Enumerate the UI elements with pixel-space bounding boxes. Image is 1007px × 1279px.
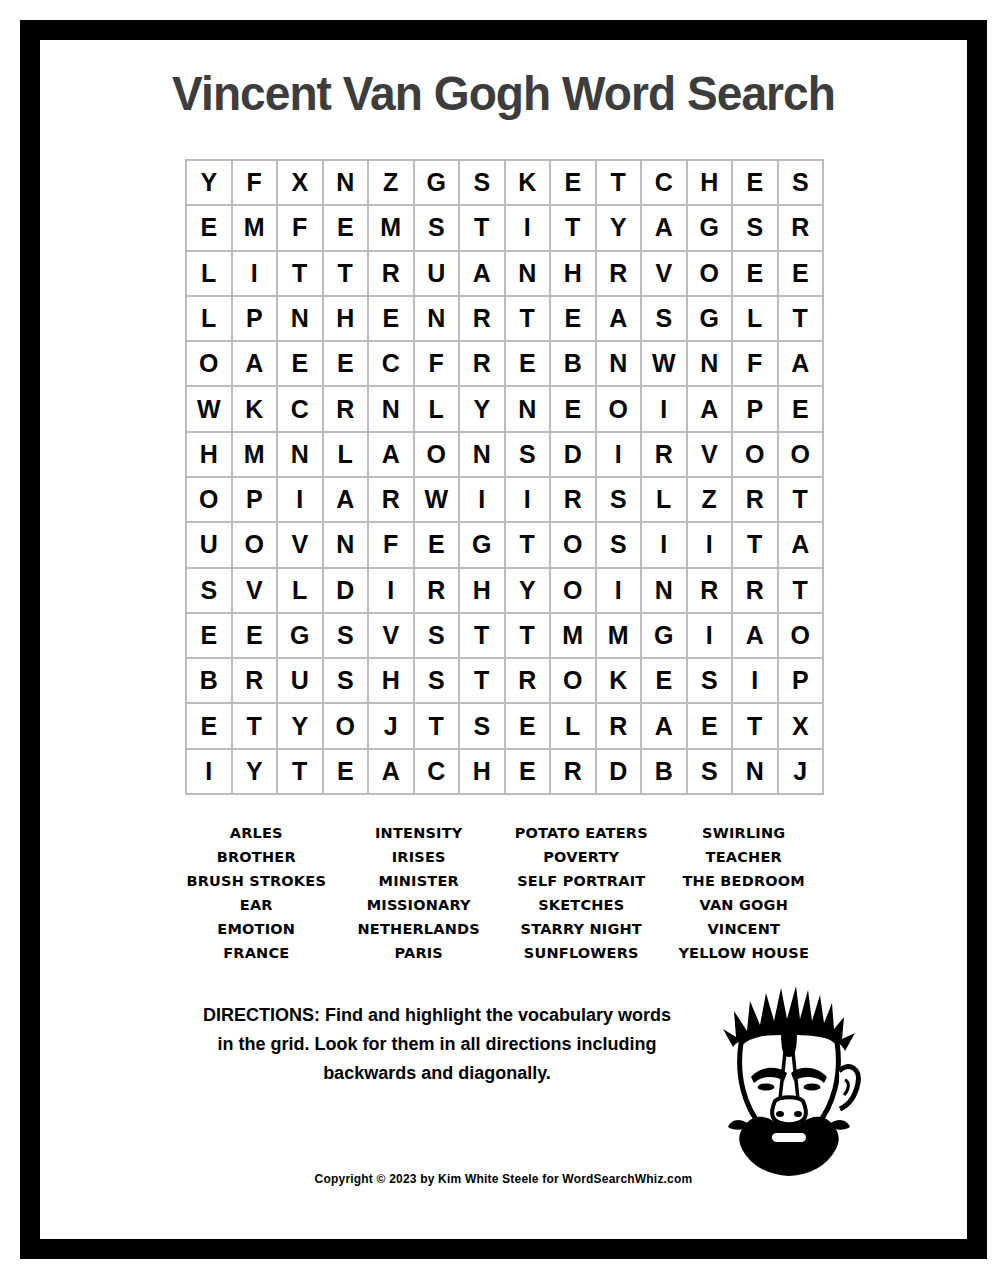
directions-text: DIRECTIONS: Find and highlight the vocab… — [177, 1001, 697, 1088]
grid-cell[interactable]: I — [368, 568, 414, 613]
grid-cell[interactable]: O — [550, 522, 596, 567]
directions-line: in the grid. Look for them in all direct… — [177, 1030, 697, 1059]
grid-cell[interactable]: N — [277, 432, 323, 477]
grid-cell[interactable]: H — [687, 160, 733, 205]
grid-cell[interactable]: D — [550, 432, 596, 477]
directions-line: DIRECTIONS: Find and highlight the vocab… — [177, 1001, 697, 1030]
grid-cell[interactable]: E — [186, 613, 232, 658]
grid-cell[interactable]: A — [323, 477, 369, 522]
grid-cell[interactable]: I — [505, 205, 551, 250]
word-list-item: INTENSITY — [338, 821, 501, 845]
grid-cell[interactable]: H — [368, 658, 414, 703]
grid-cell[interactable]: K — [232, 386, 278, 431]
grid-cell[interactable]: C — [277, 386, 323, 431]
grid-cell[interactable]: Y — [232, 749, 278, 794]
grid-cell[interactable]: N — [596, 341, 642, 386]
word-list-item: PARIS — [338, 941, 501, 965]
grid-cell[interactable]: X — [778, 703, 824, 748]
word-list-item: VINCENT — [663, 917, 826, 941]
van-gogh-face-icon — [703, 983, 875, 1179]
directions-line: backwards and diagonally. — [177, 1059, 697, 1088]
grid-cell[interactable]: S — [414, 205, 460, 250]
grid-cell[interactable]: E — [550, 160, 596, 205]
word-list-item: MINISTER — [338, 869, 501, 893]
grid-cell[interactable]: M — [550, 613, 596, 658]
grid-cell[interactable]: U — [186, 522, 232, 567]
grid-cell[interactable]: V — [687, 432, 733, 477]
grid-cell[interactable]: L — [186, 296, 232, 341]
grid-cell[interactable]: Z — [368, 160, 414, 205]
grid-cell[interactable]: T — [414, 703, 460, 748]
grid-cell[interactable]: H — [550, 251, 596, 296]
grid-cell[interactable]: R — [596, 251, 642, 296]
worksheet-page: Vincent Van Gogh Word Search YFXNZGSKETC… — [0, 0, 1007, 1279]
grid-cell[interactable]: T — [232, 703, 278, 748]
word-list-item: SKETCHES — [500, 893, 663, 917]
grid-cell[interactable]: J — [368, 703, 414, 748]
grid-cell[interactable]: E — [641, 658, 687, 703]
grid-cell[interactable]: I — [641, 522, 687, 567]
grid-cell[interactable]: I — [687, 613, 733, 658]
grid-cell[interactable]: P — [232, 296, 278, 341]
grid-cell[interactable]: L — [186, 251, 232, 296]
grid-cell[interactable]: V — [368, 613, 414, 658]
grid-cell[interactable]: E — [368, 296, 414, 341]
grid-cell[interactable]: S — [641, 296, 687, 341]
grid-cell[interactable]: R — [459, 341, 505, 386]
grid-cell[interactable]: S — [414, 613, 460, 658]
grid-cell[interactable]: R — [505, 658, 551, 703]
word-list-item: EMOTION — [175, 917, 338, 941]
grid-cell[interactable]: W — [641, 341, 687, 386]
grid-cell[interactable]: F — [414, 341, 460, 386]
grid-cell[interactable]: R — [323, 386, 369, 431]
grid-cell[interactable]: O — [778, 432, 824, 477]
grid-cell[interactable]: H — [459, 749, 505, 794]
grid-cell[interactable]: I — [277, 477, 323, 522]
grid-cell[interactable]: E — [505, 341, 551, 386]
grid-cell[interactable]: T — [778, 296, 824, 341]
grid-cell[interactable]: C — [368, 341, 414, 386]
grid-cell[interactable]: R — [368, 477, 414, 522]
grid-cell[interactable]: M — [232, 432, 278, 477]
grid-cell[interactable]: A — [368, 749, 414, 794]
grid-cell[interactable]: F — [732, 341, 778, 386]
grid-cell[interactable]: E — [687, 703, 733, 748]
grid-cell[interactable]: K — [596, 658, 642, 703]
word-list-item: BROTHER — [175, 845, 338, 869]
grid-cell[interactable]: N — [368, 386, 414, 431]
grid-cell[interactable]: E — [505, 749, 551, 794]
grid-cell[interactable]: T — [778, 568, 824, 613]
word-list-item: POVERTY — [500, 845, 663, 869]
grid-cell[interactable]: P — [732, 386, 778, 431]
grid-cell[interactable]: I — [596, 568, 642, 613]
grid-cell[interactable]: O — [596, 386, 642, 431]
grid-cell[interactable]: I — [232, 251, 278, 296]
grid-cell[interactable]: C — [641, 160, 687, 205]
word-list-item: FRANCE — [175, 941, 338, 965]
grid-cell[interactable]: Y — [277, 703, 323, 748]
grid-cell[interactable]: I — [459, 477, 505, 522]
grid-cell[interactable]: T — [550, 205, 596, 250]
grid-cell[interactable]: T — [732, 522, 778, 567]
grid-cell[interactable]: S — [459, 703, 505, 748]
grid-cell[interactable]: P — [232, 477, 278, 522]
grid-cell[interactable]: N — [641, 568, 687, 613]
grid-cell[interactable]: L — [277, 568, 323, 613]
page-title: Vincent Van Gogh Word Search — [20, 66, 987, 121]
grid-cell[interactable]: N — [459, 432, 505, 477]
grid-cell[interactable]: H — [323, 296, 369, 341]
grid-cell[interactable]: G — [459, 522, 505, 567]
grid-cell[interactable]: T — [459, 613, 505, 658]
grid-cell[interactable]: T — [778, 477, 824, 522]
grid-cell[interactable]: L — [732, 296, 778, 341]
grid-cell[interactable]: E — [323, 749, 369, 794]
grid-cell[interactable]: E — [232, 613, 278, 658]
word-list-item: THE BEDROOM — [663, 869, 826, 893]
grid-cell[interactable]: O — [414, 432, 460, 477]
grid-cell[interactable]: I — [732, 658, 778, 703]
grid-cell[interactable]: S — [732, 205, 778, 250]
grid-cell[interactable]: E — [277, 341, 323, 386]
grid-cell[interactable]: N — [687, 341, 733, 386]
grid-cell[interactable]: T — [505, 613, 551, 658]
word-list-item: IRISES — [338, 845, 501, 869]
grid-cell[interactable]: S — [323, 613, 369, 658]
grid-cell[interactable]: S — [414, 658, 460, 703]
grid-cell[interactable]: T — [277, 749, 323, 794]
grid-cell[interactable]: S — [505, 432, 551, 477]
grid-cell[interactable]: S — [596, 522, 642, 567]
grid-cell[interactable]: M — [232, 205, 278, 250]
grid-cell[interactable]: R — [459, 296, 505, 341]
word-search-grid: YFXNZGSKETCHESEMFEMSTITYAGSRLITTRUANHRVO… — [185, 159, 824, 795]
grid-cell[interactable]: G — [687, 296, 733, 341]
grid-cell[interactable]: O — [323, 703, 369, 748]
word-list-column: SWIRLINGTEACHERTHE BEDROOMVAN GOGHVINCEN… — [663, 821, 826, 965]
grid-cell[interactable]: F — [232, 160, 278, 205]
word-list-item: SWIRLING — [663, 821, 826, 845]
grid-cell[interactable]: M — [596, 613, 642, 658]
grid-cell[interactable]: E — [778, 386, 824, 431]
grid-cell[interactable]: W — [186, 386, 232, 431]
word-list-item: TEACHER — [663, 845, 826, 869]
grid-cell[interactable]: E — [186, 703, 232, 748]
grid-cell[interactable]: O — [550, 658, 596, 703]
grid-cell[interactable]: S — [778, 160, 824, 205]
grid-cell[interactable]: E — [732, 251, 778, 296]
grid-cell[interactable]: R — [732, 568, 778, 613]
word-list-column: POTATO EATERSPOVERTYSELF PORTRAITSKETCHE… — [500, 821, 663, 965]
grid-cell[interactable]: E — [778, 251, 824, 296]
grid-cell[interactable]: R — [732, 477, 778, 522]
grid-cell[interactable]: G — [277, 613, 323, 658]
grid-cell[interactable]: R — [641, 432, 687, 477]
word-list-item: SUNFLOWERS — [500, 941, 663, 965]
grid-cell[interactable]: D — [596, 749, 642, 794]
copyright-text: Copyright © 2023 by Kim White Steele for… — [0, 1172, 1007, 1186]
grid-cell[interactable]: O — [186, 341, 232, 386]
word-list-item: NETHERLANDS — [338, 917, 501, 941]
grid-cell[interactable]: T — [323, 251, 369, 296]
grid-cell[interactable]: R — [778, 205, 824, 250]
grid-cell[interactable]: T — [277, 251, 323, 296]
word-list-column: ARLESBROTHERBRUSH STROKESEAREMOTIONFRANC… — [175, 821, 338, 965]
grid-cell[interactable]: L — [414, 386, 460, 431]
grid-cell[interactable]: X — [277, 160, 323, 205]
grid-cell[interactable]: O — [732, 432, 778, 477]
grid-cell[interactable]: L — [550, 703, 596, 748]
grid-cell[interactable]: O — [232, 522, 278, 567]
grid-cell[interactable]: R — [550, 749, 596, 794]
grid-cell[interactable]: O — [778, 613, 824, 658]
grid-cell[interactable]: U — [414, 251, 460, 296]
grid-cell[interactable]: Y — [596, 205, 642, 250]
grid-cell[interactable]: Y — [505, 568, 551, 613]
grid-cell[interactable]: A — [368, 432, 414, 477]
grid-cell[interactable]: V — [232, 568, 278, 613]
grid-cell[interactable]: B — [550, 341, 596, 386]
word-list-column: INTENSITYIRISESMINISTERMISSIONARYNETHERL… — [338, 821, 501, 965]
grid-cell[interactable]: D — [323, 568, 369, 613]
grid-cell[interactable]: G — [414, 160, 460, 205]
grid-cell[interactable]: A — [687, 386, 733, 431]
word-list-item: ARLES — [175, 821, 338, 845]
grid-cell[interactable]: S — [459, 160, 505, 205]
grid-cell[interactable]: S — [687, 658, 733, 703]
grid-cell[interactable]: U — [277, 658, 323, 703]
grid-cell[interactable]: H — [186, 432, 232, 477]
grid-cell[interactable]: C — [414, 749, 460, 794]
grid-cell[interactable]: T — [459, 658, 505, 703]
grid-cell[interactable]: G — [687, 205, 733, 250]
grid-cell[interactable]: Z — [687, 477, 733, 522]
grid-cell[interactable]: A — [232, 341, 278, 386]
grid-cell[interactable]: A — [732, 613, 778, 658]
grid-cell[interactable]: T — [596, 160, 642, 205]
grid-cell[interactable]: R — [368, 251, 414, 296]
grid-cell[interactable]: N — [414, 296, 460, 341]
word-list-item: VAN GOGH — [663, 893, 826, 917]
grid-cell[interactable]: N — [732, 749, 778, 794]
grid-cell[interactable]: E — [323, 341, 369, 386]
grid-cell[interactable]: S — [186, 568, 232, 613]
grid-cell[interactable]: L — [323, 432, 369, 477]
grid-cell[interactable]: A — [641, 205, 687, 250]
grid-cell[interactable]: I — [641, 386, 687, 431]
grid-cell[interactable]: T — [459, 205, 505, 250]
grid-cell[interactable]: T — [732, 703, 778, 748]
grid-cell[interactable]: I — [505, 477, 551, 522]
grid-cell[interactable]: T — [505, 296, 551, 341]
grid-cell[interactable]: H — [459, 568, 505, 613]
grid-cell[interactable]: E — [186, 205, 232, 250]
grid-cell[interactable]: O — [186, 477, 232, 522]
grid-cell[interactable]: V — [277, 522, 323, 567]
grid-cell[interactable]: R — [414, 568, 460, 613]
grid-cell[interactable]: E — [550, 386, 596, 431]
grid-cell[interactable]: E — [414, 522, 460, 567]
word-list: ARLESBROTHERBRUSH STROKESEAREMOTIONFRANC… — [175, 821, 825, 965]
grid-cell[interactable]: N — [277, 296, 323, 341]
grid-cell[interactable]: V — [641, 251, 687, 296]
word-list-item: BRUSH STROKES — [175, 869, 338, 893]
grid-cell[interactable]: G — [641, 613, 687, 658]
grid-cell[interactable]: F — [277, 205, 323, 250]
grid-cell[interactable]: O — [550, 568, 596, 613]
grid-cell[interactable]: N — [323, 160, 369, 205]
grid-cell[interactable]: M — [368, 205, 414, 250]
word-list-item: POTATO EATERS — [500, 821, 663, 845]
grid-cell[interactable]: I — [186, 749, 232, 794]
grid-cell[interactable]: W — [414, 477, 460, 522]
grid-cell[interactable]: N — [505, 251, 551, 296]
word-list-item: YELLOW HOUSE — [663, 941, 826, 965]
grid-cell[interactable]: I — [687, 522, 733, 567]
grid-cell[interactable]: R — [550, 477, 596, 522]
grid-cell[interactable]: S — [687, 749, 733, 794]
grid-cell[interactable]: F — [368, 522, 414, 567]
grid-cell[interactable]: E — [550, 296, 596, 341]
grid-cell[interactable]: E — [323, 205, 369, 250]
grid-cell[interactable]: K — [505, 160, 551, 205]
word-list-item: MISSIONARY — [338, 893, 501, 917]
grid-cell[interactable]: S — [596, 477, 642, 522]
grid-cell[interactable]: A — [778, 341, 824, 386]
grid-cell[interactable]: R — [687, 568, 733, 613]
word-list-item: EAR — [175, 893, 338, 917]
grid-cell[interactable]: A — [778, 522, 824, 567]
grid-cell[interactable]: E — [732, 160, 778, 205]
grid-cell[interactable]: R — [596, 703, 642, 748]
grid-cell[interactable]: J — [778, 749, 824, 794]
grid-cell[interactable]: T — [505, 522, 551, 567]
grid-cell[interactable]: L — [641, 477, 687, 522]
grid-cell[interactable]: N — [323, 522, 369, 567]
grid-cell[interactable]: Y — [186, 160, 232, 205]
grid-cell[interactable]: N — [505, 386, 551, 431]
grid-cell[interactable]: B — [641, 749, 687, 794]
grid-cell[interactable]: A — [641, 703, 687, 748]
word-list-item: SELF PORTRAIT — [500, 869, 663, 893]
grid-cell[interactable]: S — [323, 658, 369, 703]
grid-cell[interactable]: P — [778, 658, 824, 703]
grid-cell[interactable]: O — [687, 251, 733, 296]
grid-cell[interactable]: A — [459, 251, 505, 296]
word-list-item: STARRY NIGHT — [500, 917, 663, 941]
grid-cell[interactable]: R — [232, 658, 278, 703]
grid-cell[interactable]: B — [186, 658, 232, 703]
grid-cell[interactable]: I — [596, 432, 642, 477]
grid-cell[interactable]: A — [596, 296, 642, 341]
grid-cell[interactable]: Y — [459, 386, 505, 431]
grid-cell[interactable]: E — [505, 703, 551, 748]
